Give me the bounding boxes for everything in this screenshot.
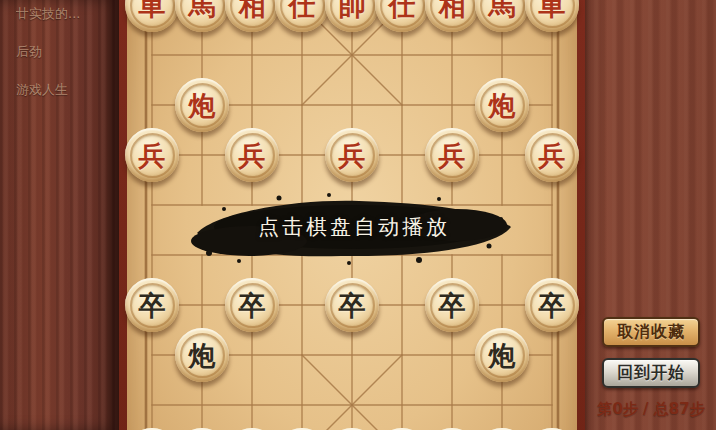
left-sidebar: 廿实技的... 后劲 游戏人生 <box>0 0 119 430</box>
piece-glyph: 兵 <box>530 133 575 178</box>
piece-glyph: 馬 <box>480 0 525 28</box>
autoplay-hint-text: 点击棋盘自动播放 <box>189 191 519 263</box>
piece-glyph: 炮 <box>180 83 225 128</box>
piece-glyph: 相 <box>230 0 275 28</box>
piece-glyph: 車 <box>130 0 175 28</box>
xiangqi-replay-screen: 廿实技的... 后劲 游戏人生 車馬相仕帥仕相馬車炮炮兵兵兵兵兵卒卒卒卒卒炮炮車… <box>0 0 716 430</box>
piece-glyph: 卒 <box>530 283 575 328</box>
piece-black-炮-c7r7[interactable]: 炮 <box>475 328 529 382</box>
sidebar-item-3[interactable]: 游戏人生 <box>16 82 116 98</box>
piece-glyph: 卒 <box>230 283 275 328</box>
piece-black-卒-c4r6[interactable]: 卒 <box>325 278 379 332</box>
piece-glyph: 仕 <box>280 0 325 28</box>
piece-glyph: 車 <box>530 0 575 28</box>
piece-red-炮-c1r2[interactable]: 炮 <box>175 78 229 132</box>
step-status-text: 第0步 / 总87步 <box>586 400 716 419</box>
piece-black-卒-c2r6[interactable]: 卒 <box>225 278 279 332</box>
piece-red-兵-c6r3[interactable]: 兵 <box>425 128 479 182</box>
piece-red-兵-c8r3[interactable]: 兵 <box>525 128 579 182</box>
cancel-favorite-button[interactable]: 取消收藏 <box>602 317 700 347</box>
piece-glyph: 兵 <box>330 133 375 178</box>
piece-red-兵-c4r3[interactable]: 兵 <box>325 128 379 182</box>
piece-glyph: 兵 <box>430 133 475 178</box>
ink-splash-overlay: 点击棋盘自动播放 <box>189 191 519 271</box>
piece-glyph: 卒 <box>430 283 475 328</box>
piece-black-卒-c6r6[interactable]: 卒 <box>425 278 479 332</box>
piece-glyph: 馬 <box>180 0 225 28</box>
piece-glyph: 兵 <box>130 133 175 178</box>
piece-glyph: 相 <box>430 0 475 28</box>
piece-glyph: 卒 <box>130 283 175 328</box>
piece-black-卒-c8r6[interactable]: 卒 <box>525 278 579 332</box>
back-to-start-button[interactable]: 回到开始 <box>602 358 700 388</box>
piece-black-卒-c0r6[interactable]: 卒 <box>125 278 179 332</box>
xiangqi-board[interactable]: 車馬相仕帥仕相馬車炮炮兵兵兵兵兵卒卒卒卒卒炮炮車馬象士將士象馬車 <box>119 0 585 430</box>
piece-glyph: 炮 <box>480 333 525 378</box>
sidebar-item-2[interactable]: 后劲 <box>16 44 116 60</box>
piece-glyph: 炮 <box>180 333 225 378</box>
piece-glyph: 兵 <box>230 133 275 178</box>
piece-glyph: 卒 <box>330 283 375 328</box>
piece-red-炮-c7r2[interactable]: 炮 <box>475 78 529 132</box>
piece-glyph: 炮 <box>480 83 525 128</box>
piece-glyph: 帥 <box>330 0 375 28</box>
piece-black-炮-c1r7[interactable]: 炮 <box>175 328 229 382</box>
board-face[interactable]: 車馬相仕帥仕相馬車炮炮兵兵兵兵兵卒卒卒卒卒炮炮車馬象士將士象馬車 <box>127 0 577 430</box>
sidebar-item-1[interactable]: 廿实技的... <box>16 6 116 22</box>
piece-red-兵-c0r3[interactable]: 兵 <box>125 128 179 182</box>
piece-red-兵-c2r3[interactable]: 兵 <box>225 128 279 182</box>
piece-glyph: 仕 <box>380 0 425 28</box>
